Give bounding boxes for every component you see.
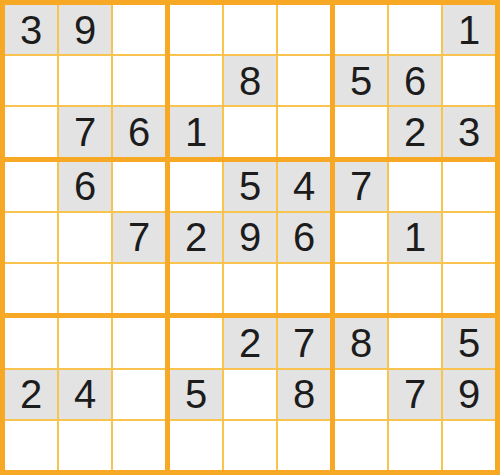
cell-r8c8-given: 7	[389, 370, 441, 419]
cell-r7c9-given: 5	[443, 318, 495, 367]
cell-r6c1-empty[interactable]	[5, 264, 57, 313]
cell-r7c4-empty[interactable]	[170, 318, 222, 367]
sudoku-box-8: 2758	[170, 318, 330, 470]
cell-r7c5-given: 2	[224, 318, 276, 367]
cell-r8c1-given: 2	[5, 370, 57, 419]
cell-r9c7-empty[interactable]	[335, 421, 387, 470]
cell-r6c5-empty[interactable]	[224, 264, 276, 313]
cell-r1c5-empty[interactable]	[224, 5, 276, 54]
sudoku-box-5: 54296	[170, 162, 330, 314]
cell-r9c4-empty[interactable]	[170, 421, 222, 470]
cell-r4c5-given: 5	[224, 162, 276, 211]
cell-r6c9-empty[interactable]	[443, 264, 495, 313]
cell-r2c7-given: 5	[335, 56, 387, 105]
cell-r6c2-empty[interactable]	[59, 264, 111, 313]
cell-r1c7-empty[interactable]	[335, 5, 387, 54]
cell-r8c6-given: 8	[278, 370, 330, 419]
cell-r3c9-given: 3	[443, 107, 495, 156]
cell-r2c4-empty[interactable]	[170, 56, 222, 105]
cell-r3c5-empty[interactable]	[224, 107, 276, 156]
cell-r9c2-empty[interactable]	[59, 421, 111, 470]
cell-r4c6-given: 4	[278, 162, 330, 211]
cell-r7c6-given: 7	[278, 318, 330, 367]
cell-r4c7-given: 7	[335, 162, 387, 211]
cell-r5c4-given: 2	[170, 213, 222, 262]
cell-r3c1-empty[interactable]	[5, 107, 57, 156]
cell-r7c2-empty[interactable]	[59, 318, 111, 367]
cell-r1c9-given: 1	[443, 5, 495, 54]
cell-r7c7-given: 8	[335, 318, 387, 367]
cell-r2c5-given: 8	[224, 56, 276, 105]
cell-r7c1-empty[interactable]	[5, 318, 57, 367]
sudoku-box-9: 8579	[335, 318, 495, 470]
cell-r8c3-empty[interactable]	[113, 370, 165, 419]
cell-r9c6-empty[interactable]	[278, 421, 330, 470]
cell-r5c2-empty[interactable]	[59, 213, 111, 262]
cell-r2c8-given: 6	[389, 56, 441, 105]
cell-r6c6-empty[interactable]	[278, 264, 330, 313]
cell-r9c1-empty[interactable]	[5, 421, 57, 470]
cell-r3c4-given: 1	[170, 107, 222, 156]
cell-r3c3-given: 6	[113, 107, 165, 156]
cell-r5c5-given: 9	[224, 213, 276, 262]
cell-r8c7-empty[interactable]	[335, 370, 387, 419]
sudoku-box-7: 24	[5, 318, 165, 470]
cell-r6c7-empty[interactable]	[335, 264, 387, 313]
cell-r3c6-empty[interactable]	[278, 107, 330, 156]
cell-r4c9-empty[interactable]	[443, 162, 495, 211]
cell-r8c2-given: 4	[59, 370, 111, 419]
cell-r1c1-given: 3	[5, 5, 57, 54]
cell-r4c8-empty[interactable]	[389, 162, 441, 211]
cell-r5c3-given: 7	[113, 213, 165, 262]
sudoku-box-3: 15623	[335, 5, 495, 157]
cell-r5c7-empty[interactable]	[335, 213, 387, 262]
cell-r7c3-empty[interactable]	[113, 318, 165, 367]
cell-r3c2-given: 7	[59, 107, 111, 156]
cell-r6c3-empty[interactable]	[113, 264, 165, 313]
cell-r5c8-given: 1	[389, 213, 441, 262]
cell-r9c5-empty[interactable]	[224, 421, 276, 470]
cell-r8c4-given: 5	[170, 370, 222, 419]
cell-r2c2-empty[interactable]	[59, 56, 111, 105]
cell-r9c9-empty[interactable]	[443, 421, 495, 470]
cell-r6c8-empty[interactable]	[389, 264, 441, 313]
cell-r4c1-empty[interactable]	[5, 162, 57, 211]
cell-r4c3-empty[interactable]	[113, 162, 165, 211]
cell-r3c8-given: 2	[389, 107, 441, 156]
sudoku-box-1: 3976	[5, 5, 165, 157]
cell-r7c8-empty[interactable]	[389, 318, 441, 367]
sudoku-box-2: 81	[170, 5, 330, 157]
cell-r4c2-given: 6	[59, 162, 111, 211]
cell-r2c1-empty[interactable]	[5, 56, 57, 105]
cell-r6c4-empty[interactable]	[170, 264, 222, 313]
sudoku-board: 397681156236754296712427588579	[0, 0, 500, 475]
cell-r3c7-empty[interactable]	[335, 107, 387, 156]
cell-r5c1-empty[interactable]	[5, 213, 57, 262]
cell-r2c6-empty[interactable]	[278, 56, 330, 105]
cell-r9c3-empty[interactable]	[113, 421, 165, 470]
cell-r2c9-empty[interactable]	[443, 56, 495, 105]
sudoku-box-4: 67	[5, 162, 165, 314]
cell-r1c6-empty[interactable]	[278, 5, 330, 54]
cell-r8c9-given: 9	[443, 370, 495, 419]
cell-r8c5-empty[interactable]	[224, 370, 276, 419]
cell-r1c2-given: 9	[59, 5, 111, 54]
cell-r1c8-empty[interactable]	[389, 5, 441, 54]
cell-r4c4-empty[interactable]	[170, 162, 222, 211]
cell-r2c3-empty[interactable]	[113, 56, 165, 105]
cell-r1c3-empty[interactable]	[113, 5, 165, 54]
cell-r5c9-empty[interactable]	[443, 213, 495, 262]
cell-r1c4-empty[interactable]	[170, 5, 222, 54]
cell-r9c8-empty[interactable]	[389, 421, 441, 470]
sudoku-box-6: 71	[335, 162, 495, 314]
cell-r5c6-given: 6	[278, 213, 330, 262]
